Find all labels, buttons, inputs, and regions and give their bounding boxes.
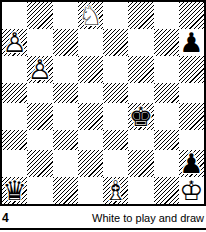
piece-white-pawn-b6: ♟♙: [27, 56, 52, 83]
square-g3: [154, 130, 179, 150]
diagram-caption: 4 White to play and draw: [0, 208, 206, 228]
square-c1: [53, 177, 78, 204]
square-e7: [103, 29, 128, 56]
square-a2: [2, 150, 27, 177]
square-h1: ♚♔: [179, 177, 204, 204]
square-h2: ♟: [179, 150, 204, 177]
square-g1: [154, 177, 179, 204]
square-f4: ♚: [128, 103, 153, 130]
square-g5: [154, 83, 179, 103]
square-g2: [154, 150, 179, 177]
square-a4: [2, 103, 27, 130]
square-c6: [53, 56, 78, 83]
caption-text: White to play and draw: [92, 212, 204, 224]
piece-white-king-h1: ♚♔: [179, 177, 204, 204]
square-h8: [179, 2, 204, 29]
square-b3: [27, 130, 52, 150]
square-f6: [128, 56, 153, 83]
square-a7: ♟♙: [2, 29, 27, 56]
square-b5: [27, 83, 52, 103]
square-a6: [2, 56, 27, 83]
square-f1: [128, 177, 153, 204]
square-d7: [78, 29, 103, 56]
piece-black-queen-a1: ♛: [2, 177, 27, 204]
square-h6: [179, 56, 204, 83]
square-f8: [128, 2, 153, 29]
square-g8: [154, 2, 179, 29]
square-a3: [2, 130, 27, 150]
square-d3: [78, 130, 103, 150]
piece-black-pawn-h7: ♟: [179, 29, 204, 56]
square-h5: [179, 83, 204, 103]
piece-white-bishop-e1: ♝♗: [103, 177, 128, 204]
square-c4: [53, 103, 78, 130]
square-a1: ♛: [2, 177, 27, 204]
square-d2: [78, 150, 103, 177]
square-c8: [53, 2, 78, 29]
square-a8: [2, 2, 27, 29]
square-g7: [154, 29, 179, 56]
piece-white-knight-d8: ♞♘: [78, 2, 103, 29]
piece-white-pawn-a7: ♟♙: [2, 29, 27, 56]
square-d1: [78, 177, 103, 204]
square-e1: ♝♗: [103, 177, 128, 204]
square-b4: [27, 103, 52, 130]
square-b2: [27, 150, 52, 177]
chess-board: ♞♘♟♙♟♟♙♚♟♛♝♗♚♔: [0, 0, 206, 206]
square-e5: [103, 83, 128, 103]
bottom-rule: [0, 228, 206, 230]
square-e8: [103, 2, 128, 29]
square-e3: [103, 130, 128, 150]
square-g6: [154, 56, 179, 83]
square-f3: [128, 130, 153, 150]
square-b7: [27, 29, 52, 56]
square-g4: [154, 103, 179, 130]
square-d8: ♞♘: [78, 2, 103, 29]
square-c2: [53, 150, 78, 177]
square-c3: [53, 130, 78, 150]
diagram-number: 4: [2, 211, 9, 225]
square-c5: [53, 83, 78, 103]
piece-black-pawn-h2: ♟: [179, 150, 204, 177]
piece-black-king-f4: ♚: [128, 103, 153, 130]
square-d5: [78, 83, 103, 103]
square-a5: [2, 83, 27, 103]
square-h4: [179, 103, 204, 130]
square-f5: [128, 83, 153, 103]
square-h7: ♟: [179, 29, 204, 56]
square-f7: [128, 29, 153, 56]
square-h3: [179, 130, 204, 150]
square-e6: [103, 56, 128, 83]
square-d4: [78, 103, 103, 130]
square-d6: [78, 56, 103, 83]
chess-diagram: ♞♘♟♙♟♟♙♚♟♛♝♗♚♔ 4 White to play and draw: [0, 0, 206, 232]
square-f2: [128, 150, 153, 177]
square-e2: [103, 150, 128, 177]
square-e4: [103, 103, 128, 130]
square-b1: [27, 177, 52, 204]
square-b8: [27, 2, 52, 29]
square-b6: ♟♙: [27, 56, 52, 83]
square-c7: [53, 29, 78, 56]
